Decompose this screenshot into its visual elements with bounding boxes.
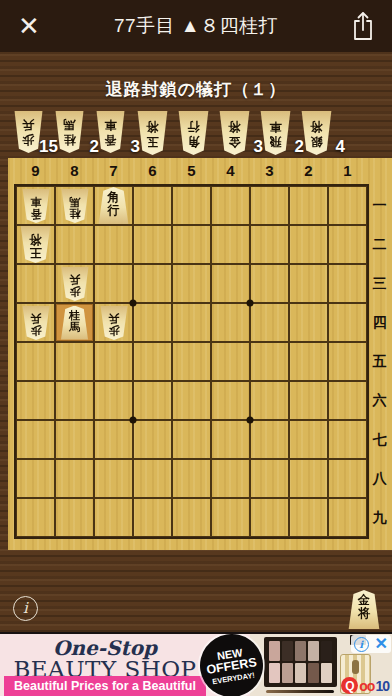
square-5三[interactable]: [172, 264, 211, 303]
shogi-piece-gote[interactable]: 玉将: [136, 111, 169, 155]
square-9八[interactable]: [16, 459, 55, 498]
square-8二[interactable]: [55, 225, 94, 264]
gote-hand-tray: 歩兵15桂馬2香車3玉将角行金将3飛車2銀将4: [0, 104, 392, 158]
nav-bar: ✕ 77手目 ▲８四桂打: [0, 0, 392, 52]
square-8六[interactable]: [55, 381, 94, 420]
piece-char: 将: [30, 232, 42, 245]
sente-hand[interactable]: 金将: [347, 590, 381, 629]
square-2五[interactable]: [289, 342, 328, 381]
square-1一[interactable]: [328, 186, 367, 225]
shogi-piece-gote[interactable]: 王将: [19, 226, 52, 263]
piece-char: 行: [188, 119, 200, 134]
board-grid: 香車桂馬角行王将歩兵歩兵桂馬歩兵: [16, 186, 367, 537]
piece-char: 歩: [23, 132, 35, 147]
square-1二[interactable]: [328, 225, 367, 264]
square-5九[interactable]: [172, 498, 211, 537]
palette-swatch: [269, 641, 280, 661]
rank-labels: 一二三四五六七八九: [369, 186, 390, 539]
square-4六[interactable]: [211, 381, 250, 420]
square-3九[interactable]: [250, 498, 289, 537]
piece-char: 香: [30, 206, 41, 218]
palette-swatch: [321, 641, 332, 661]
square-7二[interactable]: [94, 225, 133, 264]
square-7五[interactable]: [94, 342, 133, 381]
square-6九[interactable]: [133, 498, 172, 537]
file-label: 9: [16, 158, 55, 184]
rank-label: 七: [369, 420, 390, 459]
square-6七[interactable]: [133, 420, 172, 459]
piece-char: 馬: [69, 322, 80, 334]
piece-char: 角: [108, 191, 120, 204]
square-8四[interactable]: 桂馬: [55, 303, 94, 342]
palette-swatch: [321, 663, 332, 683]
square-1三[interactable]: [328, 264, 367, 303]
puzzle-heading-bar: 退路封鎖の犠打（１）: [0, 52, 392, 104]
shogi-piece-gote[interactable]: 金将: [218, 111, 251, 155]
square-2八[interactable]: [289, 459, 328, 498]
file-label: 8: [55, 158, 94, 184]
ad-controls: i ✕: [351, 635, 391, 653]
rank-label: 八: [369, 459, 390, 498]
square-6三[interactable]: [133, 264, 172, 303]
piece-char: 桂: [69, 206, 80, 218]
square-2九[interactable]: [289, 498, 328, 537]
qoo10-q-icon: Q: [341, 677, 358, 694]
piece-char: 兵: [69, 272, 80, 284]
gold-charm-image: [352, 660, 359, 674]
square-9七[interactable]: [16, 420, 55, 459]
puzzle-title: 退路封鎖の犠打（１）: [106, 78, 286, 101]
rank-label: 六: [369, 381, 390, 420]
file-label: 2: [289, 158, 328, 184]
square-3八[interactable]: [250, 459, 289, 498]
shogi-piece-gote[interactable]: 角行: [177, 111, 210, 155]
file-label: 7: [94, 158, 133, 184]
square-3五[interactable]: [250, 342, 289, 381]
palette-swatch: [295, 641, 306, 661]
piece-char: 馬: [64, 117, 76, 132]
square-3二[interactable]: [250, 225, 289, 264]
share-icon[interactable]: [350, 10, 376, 42]
square-9六[interactable]: [16, 381, 55, 420]
piece-char: 歩: [108, 323, 119, 335]
piece-char: 車: [30, 194, 41, 206]
file-label: 6: [133, 158, 172, 184]
piece-char: 飛: [270, 134, 282, 149]
square-6二[interactable]: [133, 225, 172, 264]
rank-label: 二: [369, 225, 390, 264]
shogi-piece-gote[interactable]: 桂馬: [54, 111, 85, 153]
square-3一[interactable]: [250, 186, 289, 225]
rank-label: 一: [369, 186, 390, 225]
square-8七[interactable]: [55, 420, 94, 459]
shogi-piece-gote[interactable]: 歩兵: [21, 306, 51, 340]
square-5四[interactable]: [172, 303, 211, 342]
palette-swatch: [295, 663, 306, 683]
piece-char: 銀: [311, 134, 323, 149]
piece-char: 車: [270, 119, 282, 134]
shogi-piece-gote[interactable]: 銀将: [300, 111, 333, 155]
piece-char: 将: [147, 119, 159, 134]
square-3三[interactable]: [250, 264, 289, 303]
square-6五[interactable]: [133, 342, 172, 381]
palette-swatch: [308, 641, 319, 661]
piece-char: 王: [30, 246, 42, 259]
board-frame: 香車桂馬角行王将歩兵歩兵桂馬歩兵: [14, 184, 369, 539]
square-5六[interactable]: [172, 381, 211, 420]
square-8八[interactable]: [55, 459, 94, 498]
tray-slot[interactable]: 歩兵15: [13, 111, 46, 155]
shogi-piece-gote[interactable]: 歩兵: [99, 306, 129, 340]
square-9二[interactable]: 王将: [16, 225, 55, 264]
square-7九[interactable]: [94, 498, 133, 537]
square-5七[interactable]: [172, 420, 211, 459]
shogi-board-area: 987654321 香車桂馬角行王将歩兵歩兵桂馬歩兵 一二三四五六七八九: [8, 158, 392, 550]
shogi-piece-sente[interactable]: 角行: [97, 187, 130, 224]
square-7八[interactable]: [94, 459, 133, 498]
square-3四[interactable]: [250, 303, 289, 342]
square-4七[interactable]: [211, 420, 250, 459]
info-icon: i: [23, 601, 28, 616]
square-6六[interactable]: [133, 381, 172, 420]
piece-char: 金: [358, 594, 370, 607]
file-label: 4: [211, 158, 250, 184]
shogi-piece-gote[interactable]: 飛車: [259, 111, 292, 155]
square-5五[interactable]: [172, 342, 211, 381]
piece-char: 香: [105, 132, 117, 147]
tray-slot[interactable]: 桂馬2: [54, 111, 87, 155]
makeup-brush-image: [266, 690, 334, 693]
rank-label: 三: [369, 264, 390, 303]
eyeshadow-palette-image: [264, 637, 337, 687]
piece-char: 馬: [69, 194, 80, 206]
square-4四[interactable]: [211, 303, 250, 342]
captured-count: 3: [254, 137, 263, 157]
star-point: [247, 300, 254, 307]
captured-count: 4: [336, 137, 345, 157]
piece-char: 車: [105, 117, 117, 132]
square-1五[interactable]: [328, 342, 367, 381]
tray-slot[interactable]: 金将3: [218, 111, 251, 155]
star-point: [130, 300, 137, 307]
palette-swatch: [282, 641, 293, 661]
square-8五[interactable]: [55, 342, 94, 381]
captured-count: 2: [295, 137, 304, 157]
piece-char: 将: [229, 119, 241, 134]
ad-close-icon[interactable]: ✕: [375, 636, 388, 652]
piece-char: 行: [108, 204, 120, 217]
square-6八[interactable]: [133, 459, 172, 498]
square-7四[interactable]: 歩兵: [94, 303, 133, 342]
close-icon[interactable]: ✕: [18, 11, 40, 41]
square-2一[interactable]: [289, 186, 328, 225]
square-2二[interactable]: [289, 225, 328, 264]
captured-count: 2: [90, 137, 99, 157]
square-1九[interactable]: [328, 498, 367, 537]
square-9四[interactable]: 歩兵: [16, 303, 55, 342]
move-title: 77手目 ▲８四桂打: [0, 13, 392, 39]
file-labels: 987654321: [16, 158, 392, 184]
piece-char: 歩: [69, 284, 80, 296]
square-8三[interactable]: 歩兵: [55, 264, 94, 303]
square-7三[interactable]: [94, 264, 133, 303]
square-2四[interactable]: [289, 303, 328, 342]
app-screen: ✕ 77手目 ▲８四桂打 退路封鎖の犠打（１） 歩兵15桂馬2香車3玉将角行金将…: [0, 0, 392, 696]
tray-slot[interactable]: 香車3: [95, 111, 128, 155]
piece-char: 桂: [69, 310, 80, 322]
square-7一[interactable]: 角行: [94, 186, 133, 225]
square-4五[interactable]: [211, 342, 250, 381]
piece-char: 玉: [147, 134, 159, 149]
rank-label: 五: [369, 342, 390, 381]
star-point: [247, 417, 254, 424]
square-9五[interactable]: [16, 342, 55, 381]
square-9九[interactable]: [16, 498, 55, 537]
square-5一[interactable]: [172, 186, 211, 225]
square-4九[interactable]: [211, 498, 250, 537]
piece-char: 兵: [23, 117, 35, 132]
shogi-piece-gote[interactable]: 香車: [21, 189, 51, 223]
palette-swatch: [308, 663, 319, 683]
palette-swatch: [269, 663, 280, 683]
shogi-piece-gote[interactable]: 歩兵: [60, 267, 90, 301]
palette-swatch: [282, 663, 293, 683]
tray-slot[interactable]: 玉将: [136, 111, 169, 155]
square-4八[interactable]: [211, 459, 250, 498]
piece-char: 将: [358, 607, 370, 620]
captured-count: 3: [131, 137, 140, 157]
square-8一[interactable]: 桂馬: [55, 186, 94, 225]
square-1六[interactable]: [328, 381, 367, 420]
square-5八[interactable]: [172, 459, 211, 498]
piece-char: 金: [229, 134, 241, 149]
square-3七[interactable]: [250, 420, 289, 459]
piece-char: 兵: [108, 311, 119, 323]
qoo10-logo[interactable]: Q oo 10: [341, 677, 389, 694]
file-label: 5: [172, 158, 211, 184]
square-6一[interactable]: [133, 186, 172, 225]
square-2三[interactable]: [289, 264, 328, 303]
tray-slot[interactable]: 飛車2: [259, 111, 292, 155]
square-1四[interactable]: [328, 303, 367, 342]
tray-slot[interactable]: 角行: [177, 111, 210, 155]
file-label: 3: [250, 158, 289, 184]
tray-slot[interactable]: 銀将4: [300, 111, 333, 155]
square-1七[interactable]: [328, 420, 367, 459]
shogi-piece-sente[interactable]: 金将: [347, 590, 381, 629]
piece-char: 桂: [64, 132, 76, 147]
square-2七[interactable]: [289, 420, 328, 459]
ad-info-icon[interactable]: i: [354, 637, 369, 652]
rank-label: 九: [369, 498, 390, 537]
captured-count: 15: [39, 137, 58, 157]
piece-char: 歩: [30, 323, 41, 335]
square-4三[interactable]: [211, 264, 250, 303]
bottom-bar: i 金将: [0, 550, 392, 632]
square-3六[interactable]: [250, 381, 289, 420]
file-label: 1: [328, 158, 367, 184]
qoo10-text-blue: 10: [375, 678, 389, 694]
rank-label: 四: [369, 303, 390, 342]
square-8九[interactable]: [55, 498, 94, 537]
square-4一[interactable]: [211, 186, 250, 225]
square-9三[interactable]: [16, 264, 55, 303]
square-7七[interactable]: [94, 420, 133, 459]
square-2六[interactable]: [289, 381, 328, 420]
square-6四[interactable]: [133, 303, 172, 342]
square-9一[interactable]: 香車: [16, 186, 55, 225]
square-5二[interactable]: [172, 225, 211, 264]
info-button[interactable]: i: [13, 596, 38, 621]
ad-banner[interactable]: One-Stop BEAUTY SHOP Beautiful Prices fo…: [0, 632, 392, 696]
qoo10-text-red: oo: [359, 678, 374, 694]
shogi-piece-sente[interactable]: 桂馬: [60, 306, 90, 340]
piece-char: 角: [188, 134, 200, 149]
piece-char: 将: [311, 119, 323, 134]
square-7六[interactable]: [94, 381, 133, 420]
ad-tagline: Beautiful Prices for a Beautiful You: [4, 676, 206, 696]
shogi-piece-gote[interactable]: 香車: [95, 111, 126, 153]
piece-char: 兵: [30, 311, 41, 323]
shogi-piece-gote[interactable]: 桂馬: [60, 189, 90, 223]
square-1八[interactable]: [328, 459, 367, 498]
square-4二[interactable]: [211, 225, 250, 264]
star-point: [130, 417, 137, 424]
